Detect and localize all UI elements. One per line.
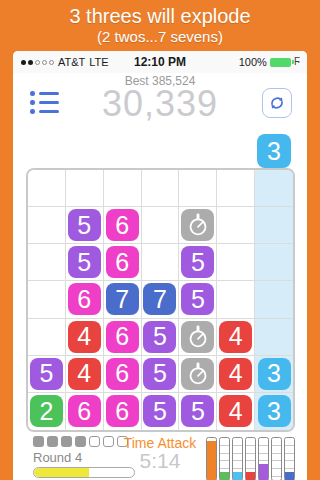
board-cell-r4c2[interactable]: 6 bbox=[66, 281, 104, 318]
tile-5: 5 bbox=[181, 283, 214, 315]
status-bar: AT&T LTE 12:10 PM 100% Ϝ bbox=[13, 51, 307, 73]
board-cell-r5c5[interactable] bbox=[179, 319, 217, 356]
board-cell-r4c5[interactable]: 5 bbox=[179, 281, 217, 318]
board-cell-r2c1[interactable] bbox=[28, 207, 66, 244]
board-cell-r5c7[interactable] bbox=[255, 319, 293, 356]
meter-fill bbox=[285, 472, 294, 480]
board-cell-r2c4[interactable] bbox=[142, 207, 180, 244]
tile-4: 4 bbox=[219, 358, 252, 390]
board-cell-r6c1[interactable]: 5 bbox=[28, 356, 66, 393]
stopwatch-icon bbox=[187, 325, 209, 349]
board-cell-r7c1[interactable]: 2 bbox=[28, 393, 66, 430]
board-cell-r3c3[interactable]: 6 bbox=[104, 244, 142, 281]
board-cell-r3c4[interactable] bbox=[142, 244, 180, 281]
board-cell-r3c5[interactable]: 5 bbox=[179, 244, 217, 281]
tile-6: 6 bbox=[106, 358, 139, 390]
meter-fill bbox=[220, 472, 229, 480]
board-cell-r1c2[interactable] bbox=[66, 170, 104, 207]
tile-7: 7 bbox=[106, 283, 139, 315]
board-cell-r7c3[interactable]: 6 bbox=[104, 393, 142, 430]
game-screen: { "game": "Sevens — Drop7-style number-d… bbox=[0, 0, 320, 480]
title-banner: 3 threes will explode (2 twos...7 sevens… bbox=[0, 4, 320, 46]
title-line2: (2 twos...7 sevens) bbox=[0, 28, 320, 46]
tile-5: 5 bbox=[181, 246, 214, 278]
board-cell-r4c7[interactable] bbox=[255, 281, 293, 318]
meter-7 bbox=[284, 437, 295, 480]
tile-stopwatch bbox=[181, 209, 214, 241]
board-cell-r6c4[interactable]: 5 bbox=[142, 356, 180, 393]
tile-6: 6 bbox=[68, 395, 101, 427]
board-cell-r2c5[interactable] bbox=[179, 207, 217, 244]
board-cell-r2c3[interactable]: 6 bbox=[104, 207, 142, 244]
meter-fill bbox=[259, 464, 268, 480]
board-cell-r5c2[interactable]: 4 bbox=[66, 319, 104, 356]
board-cell-r4c1[interactable] bbox=[28, 281, 66, 318]
board-cell-r6c5[interactable] bbox=[179, 356, 217, 393]
board-cell-r3c7[interactable] bbox=[255, 244, 293, 281]
board-cell-r6c6[interactable]: 4 bbox=[217, 356, 255, 393]
tile-5: 5 bbox=[143, 358, 176, 390]
meter-5 bbox=[258, 437, 269, 480]
meter-fill bbox=[207, 441, 216, 480]
tile-5: 5 bbox=[68, 209, 101, 241]
tile-3: 3 bbox=[258, 395, 291, 427]
tile-7: 7 bbox=[143, 283, 176, 315]
board-cell-r5c4[interactable]: 5 bbox=[142, 319, 180, 356]
tile-6: 6 bbox=[106, 395, 139, 427]
board-cell-r7c6[interactable]: 4 bbox=[217, 393, 255, 430]
board-cell-r4c6[interactable] bbox=[217, 281, 255, 318]
tile-5: 5 bbox=[181, 395, 214, 427]
meter-fill bbox=[246, 472, 255, 480]
tile-6: 6 bbox=[68, 283, 101, 315]
list-icon bbox=[30, 91, 62, 96]
meter-fill bbox=[233, 472, 242, 480]
app-panel: AT&T LTE 12:10 PM 100% Ϝ Best 385,524 30… bbox=[13, 51, 307, 480]
tile-5: 5 bbox=[30, 358, 63, 390]
board-cell-r7c7[interactable]: 3 bbox=[255, 393, 293, 430]
board-cell-r2c2[interactable]: 5 bbox=[66, 207, 104, 244]
meter-stopwatch bbox=[206, 437, 217, 480]
tile-stopwatch bbox=[181, 321, 214, 353]
tile-2: 2 bbox=[30, 395, 63, 427]
board-cell-r1c7[interactable] bbox=[255, 170, 293, 207]
board-cell-r3c6[interactable] bbox=[217, 244, 255, 281]
tile-stopwatch bbox=[181, 358, 214, 390]
stopwatch-icon bbox=[187, 213, 209, 237]
board-cell-r4c4[interactable]: 7 bbox=[142, 281, 180, 318]
tile-4: 4 bbox=[219, 321, 252, 353]
board-cell-r5c6[interactable]: 4 bbox=[217, 319, 255, 356]
battery-percent-label: 100% bbox=[239, 56, 267, 68]
status-right: 100% Ϝ bbox=[239, 51, 300, 73]
tile-6: 6 bbox=[106, 321, 139, 353]
next-tile: 3 bbox=[257, 134, 291, 168]
board-cell-r7c4[interactable]: 5 bbox=[142, 393, 180, 430]
tile-3: 3 bbox=[258, 358, 291, 390]
meter-2 bbox=[219, 437, 230, 480]
board-cell-r1c6[interactable] bbox=[217, 170, 255, 207]
board-cell-r7c5[interactable]: 5 bbox=[179, 393, 217, 430]
tile-5: 5 bbox=[143, 321, 176, 353]
board-cell-r5c1[interactable] bbox=[28, 319, 66, 356]
board-cell-r7c2[interactable]: 6 bbox=[66, 393, 104, 430]
tile-5: 5 bbox=[68, 246, 101, 278]
tile-4: 4 bbox=[68, 358, 101, 390]
menu-list-button[interactable] bbox=[30, 91, 62, 117]
meter-3 bbox=[232, 437, 243, 480]
board-cell-r1c5[interactable] bbox=[179, 170, 217, 207]
tile-meters bbox=[206, 437, 295, 480]
board-cell-r5c3[interactable]: 6 bbox=[104, 319, 142, 356]
board-cell-r3c2[interactable]: 5 bbox=[66, 244, 104, 281]
board-grid: 56565677546545465432665543 bbox=[26, 168, 295, 432]
tile-6: 6 bbox=[106, 209, 139, 241]
tile-4: 4 bbox=[68, 321, 101, 353]
meter-6 bbox=[271, 437, 282, 480]
charging-bolt-icon: Ϝ bbox=[294, 57, 300, 67]
board-cell-r2c6[interactable] bbox=[217, 207, 255, 244]
board-cell-r1c3[interactable] bbox=[104, 170, 142, 207]
board-cell-r1c4[interactable] bbox=[142, 170, 180, 207]
board-cell-r6c7[interactable]: 3 bbox=[255, 356, 293, 393]
battery-icon bbox=[270, 58, 291, 67]
board-cell-r6c3[interactable]: 6 bbox=[104, 356, 142, 393]
board-cell-r2c7[interactable] bbox=[255, 207, 293, 244]
refresh-icon bbox=[267, 93, 287, 113]
board-cell-r1c1[interactable] bbox=[28, 170, 66, 207]
stopwatch-icon bbox=[187, 362, 209, 386]
meter-4 bbox=[245, 437, 256, 480]
restart-button[interactable] bbox=[262, 88, 292, 118]
tile-5: 5 bbox=[143, 395, 176, 427]
board-cell-r6c2[interactable]: 4 bbox=[66, 356, 104, 393]
tile-4: 4 bbox=[219, 395, 252, 427]
title-line1: 3 threes will explode bbox=[0, 4, 320, 28]
board-cell-r4c3[interactable]: 7 bbox=[104, 281, 142, 318]
board-cell-r3c1[interactable] bbox=[28, 244, 66, 281]
tile-6: 6 bbox=[106, 246, 139, 278]
